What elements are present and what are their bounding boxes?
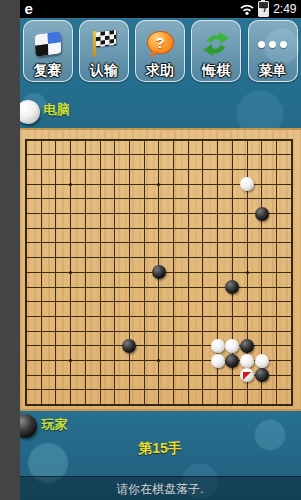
status-bar: e ϟ 2:49 [20, 0, 301, 18]
white-stone [225, 339, 239, 353]
carrier-logo: e [25, 1, 33, 17]
black-stone [255, 368, 269, 382]
go-board[interactable] [20, 128, 301, 411]
white-stone [211, 354, 225, 368]
computer-stone-avatar [20, 100, 40, 124]
move-number-label: 第15手 [20, 440, 301, 458]
white-stone [255, 354, 269, 368]
toolbar: 复赛 认输 ? 求助 [20, 20, 301, 82]
star-point [69, 271, 72, 274]
computer-player-label: 电脑 [44, 101, 70, 119]
checkerboard-icon [35, 27, 61, 61]
checkered-flag-icon [90, 27, 118, 61]
star-point [157, 183, 160, 186]
question-bubble-icon: ? [147, 27, 174, 61]
star-point [246, 271, 249, 274]
status-bar-right: ϟ 2:49 [240, 0, 296, 18]
undo-arrows-icon [202, 27, 230, 61]
help-button-label: 求助 [146, 62, 174, 78]
black-stone [225, 354, 239, 368]
resign-button-label: 认输 [90, 62, 118, 78]
black-stone [152, 265, 166, 279]
help-button[interactable]: ? 求助 [135, 20, 185, 82]
dots-icon [258, 27, 287, 61]
undo-button[interactable]: 悔棋 [191, 20, 241, 82]
black-stone [255, 207, 269, 221]
bottom-panel: 玩家 第15手 请你在棋盘落子. [20, 411, 301, 500]
black-stone [240, 339, 254, 353]
app-screen: e ϟ 2:49 复赛 认输 [20, 0, 301, 500]
menu-button[interactable]: 菜单 [248, 20, 298, 82]
resign-button[interactable]: 认输 [79, 20, 129, 82]
undo-button-label: 悔棋 [202, 62, 230, 78]
white-stone [240, 177, 254, 191]
prompt-bar: 请你在棋盘落子. [20, 476, 301, 500]
human-player-label: 玩家 [42, 416, 68, 434]
battery-charging-icon: ϟ [258, 1, 269, 17]
human-stone-avatar [20, 414, 37, 438]
wifi-icon [240, 4, 254, 15]
star-point [69, 183, 72, 186]
status-bar-time: 2:49 [273, 2, 296, 16]
white-stone [240, 354, 254, 368]
rematch-button-label: 复赛 [34, 62, 62, 78]
top-panel: 复赛 认输 ? 求助 [20, 18, 301, 128]
prompt-text: 请你在棋盘落子. [116, 481, 203, 498]
white-stone [211, 339, 225, 353]
last-move-marker [243, 372, 251, 380]
menu-button-label: 菜单 [259, 62, 287, 78]
rematch-button[interactable]: 复赛 [23, 20, 73, 82]
